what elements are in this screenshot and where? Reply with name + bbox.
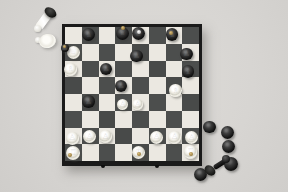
square-b7[interactable] — [82, 44, 99, 61]
chess-board[interactable] — [62, 24, 202, 166]
white-bishop-glyph: ♗ — [172, 87, 179, 95]
black-pawn-glyph: ♟ — [133, 52, 140, 60]
square-h4[interactable] — [182, 94, 199, 111]
white-pawn-on-f2[interactable]: ♙ — [150, 131, 163, 144]
black-bishop-on-h6[interactable]: ♝ — [182, 65, 195, 78]
white-pawn-glyph: ♙ — [153, 133, 160, 141]
overhead-chess-photo-scene: ♞♛♚♞♕♟♟♗♟♝♟♗♟♙♙♙♙♙♙♙♙♖♔♖♟ — [0, 0, 288, 192]
gold-finial-dot — [68, 153, 72, 157]
white-pawn-glyph: ♙ — [134, 101, 141, 109]
square-e5[interactable] — [132, 77, 149, 94]
black-knight-on-g8[interactable]: ♞ — [166, 28, 179, 41]
square-e2[interactable] — [132, 128, 149, 145]
white-pawn-glyph: ♙ — [171, 133, 178, 141]
square-f4[interactable] — [149, 94, 166, 111]
square-a5[interactable] — [65, 77, 82, 94]
square-a3[interactable] — [65, 111, 82, 128]
square-g6[interactable] — [166, 61, 183, 78]
black-pawn-on-h7[interactable]: ♟ — [180, 48, 193, 61]
white-pawn-glyph: ♙ — [102, 133, 109, 141]
square-f3[interactable] — [149, 111, 166, 128]
gold-finial-dot — [189, 152, 193, 156]
white-bishop-on-a6[interactable]: ♗ — [64, 63, 77, 76]
white-pawn-on-a2[interactable]: ♙ — [66, 132, 79, 145]
square-h3[interactable] — [182, 111, 199, 128]
captured-black-piece-2[interactable] — [221, 126, 234, 139]
white-pawn-on-b2[interactable]: ♙ — [83, 130, 96, 143]
white-pawn-on-c2[interactable]: ♙ — [99, 130, 112, 143]
square-c4[interactable] — [99, 94, 116, 111]
black-pawn-glyph: ♟ — [85, 98, 92, 106]
square-f8[interactable] — [149, 27, 166, 44]
square-d6[interactable] — [115, 61, 132, 78]
square-h5[interactable] — [182, 77, 199, 94]
square-c8[interactable] — [99, 27, 116, 44]
gold-finial-dot — [169, 31, 173, 35]
black-pawn-glyph: ♟ — [183, 50, 190, 58]
white-bishop-on-g5[interactable]: ♗ — [169, 84, 182, 97]
white-pawn-on-g2[interactable]: ♙ — [168, 131, 181, 144]
white-pawn-glyph: ♙ — [188, 134, 195, 142]
square-b6[interactable] — [82, 61, 99, 78]
white-pawn-on-h2[interactable]: ♙ — [185, 131, 198, 144]
square-d3[interactable] — [115, 111, 132, 128]
black-piece-on-frame-edge[interactable]: ♟ — [61, 44, 69, 52]
black-queen-glyph: ♛ — [119, 29, 126, 37]
toppled-black-piece-part-3 — [222, 155, 230, 163]
square-a4[interactable] — [65, 94, 82, 111]
white-pawn-glyph: ♙ — [68, 134, 75, 142]
black-king-on-e8[interactable]: ♚ — [132, 27, 145, 40]
black-pawn-on-b4[interactable]: ♟ — [82, 95, 95, 108]
square-a8[interactable] — [65, 27, 82, 44]
square-c1[interactable] — [99, 144, 116, 161]
white-queen-glyph: ♕ — [69, 48, 76, 56]
square-c5[interactable] — [99, 77, 116, 94]
square-h8[interactable] — [182, 27, 199, 44]
square-b1[interactable] — [82, 144, 99, 161]
square-g1[interactable] — [166, 144, 183, 161]
board-hinge-2 — [155, 165, 159, 168]
black-bishop-glyph: ♝ — [184, 68, 191, 76]
board-hinge-1 — [101, 165, 105, 168]
toppled-white-piece-part-3 — [34, 25, 41, 32]
square-d1[interactable] — [115, 144, 132, 161]
gold-finial-dot — [137, 152, 141, 156]
lying-white-piece-part-2 — [37, 32, 56, 49]
black-knight-glyph: ♞ — [85, 31, 92, 39]
captured-black-piece-3[interactable] — [222, 140, 235, 153]
square-e6[interactable] — [132, 61, 149, 78]
gold-finial-dot — [63, 45, 66, 48]
white-pawn-glyph: ♙ — [119, 101, 126, 109]
square-f5[interactable] — [149, 77, 166, 94]
square-d2[interactable] — [115, 128, 132, 145]
square-f6[interactable] — [149, 61, 166, 78]
square-f7[interactable] — [149, 44, 166, 61]
square-g3[interactable] — [166, 111, 183, 128]
square-c7[interactable] — [99, 44, 116, 61]
white-king-on-e1[interactable]: ♔ — [132, 146, 145, 159]
square-c3[interactable] — [99, 111, 116, 128]
white-rook-on-h1[interactable]: ♖ — [184, 145, 198, 159]
gold-finial-dot — [121, 26, 125, 30]
white-rook-on-a1[interactable]: ♖ — [66, 146, 80, 160]
black-queen-on-d8[interactable]: ♛ — [116, 27, 129, 40]
white-pawn-glyph: ♙ — [86, 133, 93, 141]
square-b3[interactable] — [82, 111, 99, 128]
black-knight-on-b8[interactable]: ♞ — [82, 28, 95, 41]
white-bishop-glyph: ♗ — [67, 65, 74, 73]
square-e3[interactable] — [132, 111, 149, 128]
black-pawn-glyph: ♟ — [117, 82, 124, 90]
square-b5[interactable] — [82, 77, 99, 94]
silver-finial-dot — [137, 30, 141, 34]
black-pawn-glyph: ♟ — [102, 65, 109, 73]
black-pawn-on-e7[interactable]: ♟ — [130, 50, 143, 63]
square-f1[interactable] — [149, 144, 166, 161]
captured-black-piece-1[interactable] — [203, 121, 216, 134]
black-pawn-on-d5[interactable]: ♟ — [115, 80, 127, 92]
